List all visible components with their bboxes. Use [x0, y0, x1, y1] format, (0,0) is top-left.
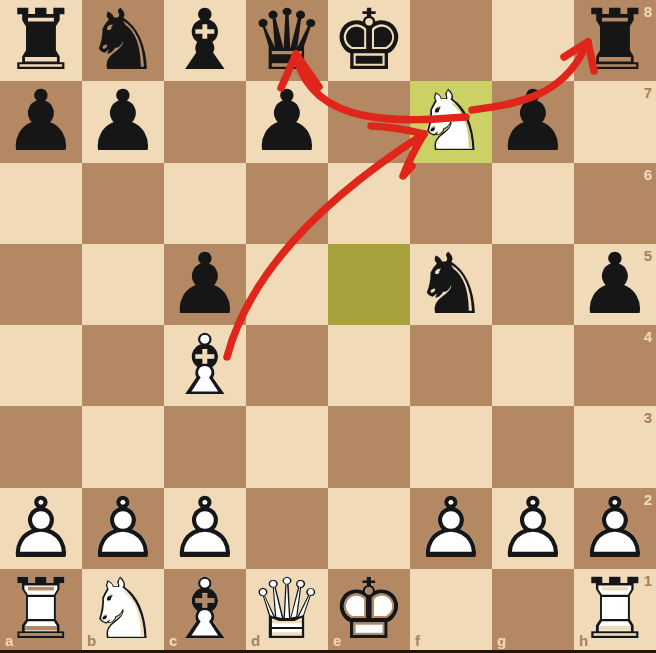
square-d8[interactable]: ♛: [246, 0, 328, 81]
white-queen[interactable]: ♛♕: [249, 569, 324, 650]
square-a1[interactable]: ♜♖a: [0, 569, 82, 650]
black-pawn[interactable]: ♟: [85, 81, 160, 162]
square-f2[interactable]: ♟♙: [410, 488, 492, 569]
square-e3[interactable]: [328, 406, 410, 487]
white-pawn[interactable]: ♟♙: [577, 488, 652, 569]
white-pawn[interactable]: ♟♙: [167, 488, 242, 569]
square-h2[interactable]: ♟♙2: [574, 488, 656, 569]
square-a3[interactable]: [0, 406, 82, 487]
square-c8[interactable]: ♝: [164, 0, 246, 81]
white-knight[interactable]: ♞♘: [413, 81, 488, 162]
square-a7[interactable]: ♟: [0, 81, 82, 162]
white-pawn[interactable]: ♟♙: [495, 488, 570, 569]
white-bishop[interactable]: ♝♗: [167, 325, 242, 406]
rank-label-4: 4: [644, 329, 652, 344]
square-e8[interactable]: ♚: [328, 0, 410, 81]
square-f1[interactable]: f: [410, 569, 492, 650]
square-e1[interactable]: ♚♔e: [328, 569, 410, 650]
file-label-f: f: [415, 633, 420, 648]
square-g7[interactable]: ♟: [492, 81, 574, 162]
black-king[interactable]: ♚: [331, 0, 406, 81]
square-d2[interactable]: [246, 488, 328, 569]
white-knight[interactable]: ♞♘: [85, 569, 160, 650]
white-pawn[interactable]: ♟♙: [413, 488, 488, 569]
square-f7[interactable]: ♞♘: [410, 81, 492, 162]
square-g8[interactable]: [492, 0, 574, 81]
chess-board-wrapper: ♜♞♝♛♚♜8♟♟♟♞♘♟76♟♞♟5♝♗43♟♙♟♙♟♙♟♙♟♙♟♙2♜♖a♞…: [0, 0, 656, 653]
square-f6[interactable]: [410, 163, 492, 244]
white-bishop[interactable]: ♝♗: [167, 569, 242, 650]
square-h6[interactable]: 6: [574, 163, 656, 244]
black-pawn[interactable]: ♟: [577, 244, 652, 325]
square-c4[interactable]: ♝♗: [164, 325, 246, 406]
square-g4[interactable]: [492, 325, 574, 406]
square-h4[interactable]: 4: [574, 325, 656, 406]
square-a6[interactable]: [0, 163, 82, 244]
black-knight[interactable]: ♞: [413, 244, 488, 325]
file-label-g: g: [497, 633, 506, 648]
square-b2[interactable]: ♟♙: [82, 488, 164, 569]
square-c2[interactable]: ♟♙: [164, 488, 246, 569]
square-e4[interactable]: [328, 325, 410, 406]
square-g3[interactable]: [492, 406, 574, 487]
square-h3[interactable]: 3: [574, 406, 656, 487]
white-king[interactable]: ♚♔: [331, 569, 406, 650]
black-rook[interactable]: ♜: [3, 0, 78, 81]
square-d6[interactable]: [246, 163, 328, 244]
square-a2[interactable]: ♟♙: [0, 488, 82, 569]
square-a8[interactable]: ♜: [0, 0, 82, 81]
square-f3[interactable]: [410, 406, 492, 487]
square-d4[interactable]: [246, 325, 328, 406]
rank-label-3: 3: [644, 410, 652, 425]
square-b6[interactable]: [82, 163, 164, 244]
square-f4[interactable]: [410, 325, 492, 406]
square-b8[interactable]: ♞: [82, 0, 164, 81]
square-e6[interactable]: [328, 163, 410, 244]
square-h1[interactable]: ♜♖1h: [574, 569, 656, 650]
black-pawn[interactable]: ♟: [249, 81, 324, 162]
square-c5[interactable]: ♟: [164, 244, 246, 325]
white-pawn[interactable]: ♟♙: [85, 488, 160, 569]
square-c1[interactable]: ♝♗c: [164, 569, 246, 650]
square-b5[interactable]: [82, 244, 164, 325]
black-pawn[interactable]: ♟: [3, 81, 78, 162]
square-c6[interactable]: [164, 163, 246, 244]
square-g6[interactable]: [492, 163, 574, 244]
rank-label-7: 7: [644, 85, 652, 100]
square-f5[interactable]: ♞: [410, 244, 492, 325]
square-b3[interactable]: [82, 406, 164, 487]
black-pawn[interactable]: ♟: [167, 244, 242, 325]
square-e5[interactable]: [328, 244, 410, 325]
black-knight[interactable]: ♞: [85, 0, 160, 81]
square-h8[interactable]: ♜8: [574, 0, 656, 81]
square-g2[interactable]: ♟♙: [492, 488, 574, 569]
black-pawn[interactable]: ♟: [495, 81, 570, 162]
square-b1[interactable]: ♞♘b: [82, 569, 164, 650]
square-d1[interactable]: ♛♕d: [246, 569, 328, 650]
square-d7[interactable]: ♟: [246, 81, 328, 162]
square-g1[interactable]: g: [492, 569, 574, 650]
square-a5[interactable]: [0, 244, 82, 325]
square-e7[interactable]: [328, 81, 410, 162]
white-rook[interactable]: ♜♖: [577, 569, 652, 650]
square-b4[interactable]: [82, 325, 164, 406]
chess-board: ♜♞♝♛♚♜8♟♟♟♞♘♟76♟♞♟5♝♗43♟♙♟♙♟♙♟♙♟♙♟♙2♜♖a♞…: [0, 0, 656, 650]
black-bishop[interactable]: ♝: [167, 0, 242, 81]
square-e2[interactable]: [328, 488, 410, 569]
square-h5[interactable]: ♟5: [574, 244, 656, 325]
square-f8[interactable]: [410, 0, 492, 81]
black-rook[interactable]: ♜: [577, 0, 652, 81]
square-c3[interactable]: [164, 406, 246, 487]
black-queen[interactable]: ♛: [249, 0, 324, 81]
square-h7[interactable]: 7: [574, 81, 656, 162]
square-d5[interactable]: [246, 244, 328, 325]
square-c7[interactable]: [164, 81, 246, 162]
square-b7[interactable]: ♟: [82, 81, 164, 162]
square-d3[interactable]: [246, 406, 328, 487]
square-a4[interactable]: [0, 325, 82, 406]
white-rook[interactable]: ♜♖: [3, 569, 78, 650]
rank-label-6: 6: [644, 167, 652, 182]
white-pawn[interactable]: ♟♙: [3, 488, 78, 569]
square-g5[interactable]: [492, 244, 574, 325]
